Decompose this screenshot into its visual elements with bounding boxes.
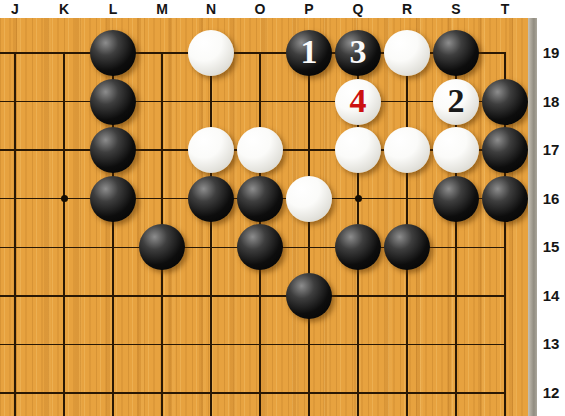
stone-L16[interactable] [90,176,136,222]
stone-R19[interactable] [384,30,430,76]
move-number: 1 [301,35,318,69]
row-label-18: 18 [537,93,565,111]
stone-M15[interactable] [139,224,185,270]
stone-R17[interactable] [384,127,430,173]
row-label-17: 17 [537,141,565,159]
column-label-strip [0,0,565,18]
grid-vline-P [308,52,310,416]
stone-L17[interactable] [90,127,136,173]
grid-vline-J [14,52,16,416]
row-label-15: 15 [537,238,565,256]
stone-O17[interactable] [237,127,283,173]
column-label-T: T [493,1,517,17]
grid-hline-14 [0,295,506,297]
grid-hline-18 [0,101,506,103]
move-number: 4 [350,84,367,118]
stone-P14[interactable] [286,273,332,319]
stone-T16[interactable] [482,176,528,222]
column-label-P: P [297,1,321,17]
stone-S19[interactable] [433,30,479,76]
stone-O15[interactable] [237,224,283,270]
board-side-edge [528,18,537,416]
stone-L19[interactable] [90,30,136,76]
stone-Q17[interactable] [335,127,381,173]
grid-vline-K [63,52,65,416]
star-point-Q16 [355,195,362,202]
stone-N17[interactable] [188,127,234,173]
row-label-13: 13 [537,335,565,353]
column-label-S: S [444,1,468,17]
grid-hline-13 [0,344,506,346]
stone-R15[interactable] [384,224,430,270]
grid-hline-12 [0,392,506,394]
stone-O16[interactable] [237,176,283,222]
stone-S16[interactable] [433,176,479,222]
stone-Q18[interactable]: 4 [335,79,381,125]
column-label-N: N [199,1,223,17]
stone-S17[interactable] [433,127,479,173]
column-label-R: R [395,1,419,17]
column-label-O: O [248,1,272,17]
column-label-K: K [52,1,76,17]
go-diagram: 1342 JKLMNOPQRST1918171615141312 [0,0,565,416]
move-number: 3 [350,35,367,69]
column-label-M: M [150,1,174,17]
stone-Q15[interactable] [335,224,381,270]
stone-T18[interactable] [482,79,528,125]
row-label-14: 14 [537,287,565,305]
stone-T17[interactable] [482,127,528,173]
stone-Q19[interactable]: 3 [335,30,381,76]
column-label-Q: Q [346,1,370,17]
row-label-12: 12 [537,384,565,402]
column-label-L: L [101,1,125,17]
stone-P19[interactable]: 1 [286,30,332,76]
column-label-J: J [3,1,27,17]
row-label-strip [537,18,565,416]
stone-N16[interactable] [188,176,234,222]
row-label-16: 16 [537,190,565,208]
star-point-K16 [61,195,68,202]
stone-L18[interactable] [90,79,136,125]
stone-P16[interactable] [286,176,332,222]
grid-vline-N [210,52,212,416]
row-label-19: 19 [537,44,565,62]
board-surface[interactable]: 1342 [0,18,528,416]
move-number: 2 [448,84,465,118]
stone-N19[interactable] [188,30,234,76]
stone-S18[interactable]: 2 [433,79,479,125]
